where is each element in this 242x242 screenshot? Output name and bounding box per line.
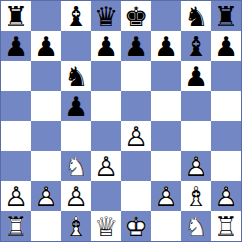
piece-glyph: ♟: [184, 63, 208, 90]
white-pawn-icon: ♟♙: [34, 183, 58, 210]
square-c2[interactable]: ♟♙: [61, 181, 91, 211]
white-knight-icon: ♞♘: [184, 213, 208, 240]
square-d4[interactable]: [91, 121, 121, 151]
square-g5[interactable]: [181, 91, 211, 121]
square-b3[interactable]: [31, 151, 61, 181]
square-f7[interactable]: ♟: [151, 31, 181, 61]
piece-outline-glyph: ♘: [64, 153, 88, 180]
square-b4[interactable]: [31, 121, 61, 151]
square-d6[interactable]: [91, 61, 121, 91]
square-b2[interactable]: ♟♙: [31, 181, 61, 211]
piece-outline-glyph: ♘: [184, 213, 208, 240]
piece-glyph: ♟: [124, 33, 148, 60]
piece-outline-glyph: ♗: [64, 213, 88, 240]
piece-outline-glyph: ♙: [184, 153, 208, 180]
piece-outline-glyph: ♔: [124, 213, 148, 240]
square-h5[interactable]: [211, 91, 241, 121]
square-e1[interactable]: ♚♔: [121, 211, 151, 241]
black-bishop-icon: ♝: [64, 3, 88, 30]
piece-outline-glyph: ♙: [124, 123, 148, 150]
square-a1[interactable]: ♜♖: [1, 211, 31, 241]
black-pawn-icon: ♟: [124, 33, 148, 60]
square-c8[interactable]: ♝: [61, 1, 91, 31]
white-pawn-icon: ♟♙: [64, 183, 88, 210]
square-h6[interactable]: [211, 61, 241, 91]
square-c7[interactable]: [61, 31, 91, 61]
white-bishop-icon: ♝♗: [184, 183, 208, 210]
piece-outline-glyph: ♙: [4, 183, 28, 210]
square-e2[interactable]: [121, 181, 151, 211]
square-a3[interactable]: [1, 151, 31, 181]
square-f2[interactable]: ♟♙: [151, 181, 181, 211]
square-e5[interactable]: [121, 91, 151, 121]
piece-outline-glyph: ♗: [184, 183, 208, 210]
black-pawn-icon: ♟: [64, 93, 88, 120]
square-e4[interactable]: ♟♙: [121, 121, 151, 151]
black-king-icon: ♚: [124, 3, 148, 30]
piece-glyph: ♞: [184, 3, 208, 30]
piece-outline-glyph: ♙: [64, 183, 88, 210]
square-a2[interactable]: ♟♙: [1, 181, 31, 211]
black-knight-icon: ♞: [64, 63, 88, 90]
square-h7[interactable]: ♟: [211, 31, 241, 61]
black-queen-icon: ♛: [94, 3, 118, 30]
piece-glyph: ♛: [94, 3, 118, 30]
square-e6[interactable]: [121, 61, 151, 91]
board-grid: ♜♝♛♚♞♜♟♟♟♟♟♝♟♞♟♟♟♙♞♘♟♙♟♙♟♙♟♙♟♙♟♙♝♗♟♙♜♖♝♗…: [0, 0, 242, 242]
white-pawn-icon: ♟♙: [4, 183, 28, 210]
piece-outline-glyph: ♙: [34, 183, 58, 210]
square-b5[interactable]: [31, 91, 61, 121]
piece-glyph: ♞: [64, 63, 88, 90]
white-rook-icon: ♜♖: [214, 213, 238, 240]
square-g2[interactable]: ♝♗: [181, 181, 211, 211]
square-f1[interactable]: [151, 211, 181, 241]
square-g4[interactable]: [181, 121, 211, 151]
square-f6[interactable]: [151, 61, 181, 91]
chess-board: ♜♝♛♚♞♜♟♟♟♟♟♝♟♞♟♟♟♙♞♘♟♙♟♙♟♙♟♙♟♙♟♙♝♗♟♙♜♖♝♗…: [0, 0, 242, 242]
square-c3[interactable]: ♞♘: [61, 151, 91, 181]
square-a6[interactable]: [1, 61, 31, 91]
square-d1[interactable]: ♛♕: [91, 211, 121, 241]
square-f3[interactable]: [151, 151, 181, 181]
white-knight-icon: ♞♘: [64, 153, 88, 180]
white-queen-icon: ♛♕: [94, 213, 118, 240]
black-rook-icon: ♜: [4, 3, 28, 30]
square-f4[interactable]: [151, 121, 181, 151]
piece-glyph: ♜: [214, 3, 238, 30]
piece-glyph: ♟: [154, 33, 178, 60]
white-pawn-icon: ♟♙: [94, 153, 118, 180]
square-b8[interactable]: [31, 1, 61, 31]
piece-glyph: ♚: [124, 3, 148, 30]
square-g7[interactable]: ♝: [181, 31, 211, 61]
square-g6[interactable]: ♟: [181, 61, 211, 91]
black-pawn-icon: ♟: [184, 63, 208, 90]
white-king-icon: ♚♔: [124, 213, 148, 240]
piece-glyph: ♟: [4, 33, 28, 60]
piece-glyph: ♟: [34, 33, 58, 60]
piece-outline-glyph: ♙: [154, 183, 178, 210]
square-h4[interactable]: [211, 121, 241, 151]
piece-glyph: ♟: [94, 33, 118, 60]
square-b6[interactable]: [31, 61, 61, 91]
square-f5[interactable]: [151, 91, 181, 121]
piece-glyph: ♟: [214, 33, 238, 60]
square-g3[interactable]: ♟♙: [181, 151, 211, 181]
square-b1[interactable]: [31, 211, 61, 241]
square-e7[interactable]: ♟: [121, 31, 151, 61]
piece-outline-glyph: ♙: [94, 153, 118, 180]
square-d3[interactable]: ♟♙: [91, 151, 121, 181]
black-pawn-icon: ♟: [214, 33, 238, 60]
black-pawn-icon: ♟: [94, 33, 118, 60]
square-c1[interactable]: ♝♗: [61, 211, 91, 241]
piece-outline-glyph: ♖: [214, 213, 238, 240]
square-g1[interactable]: ♞♘: [181, 211, 211, 241]
square-a8[interactable]: ♜: [1, 1, 31, 31]
square-h2[interactable]: ♟♙: [211, 181, 241, 211]
black-rook-icon: ♜: [214, 3, 238, 30]
square-b7[interactable]: ♟: [31, 31, 61, 61]
black-pawn-icon: ♟: [4, 33, 28, 60]
square-c4[interactable]: [61, 121, 91, 151]
black-pawn-icon: ♟: [34, 33, 58, 60]
piece-outline-glyph: ♙: [214, 183, 238, 210]
square-d8[interactable]: ♛: [91, 1, 121, 31]
square-a7[interactable]: ♟: [1, 31, 31, 61]
piece-outline-glyph: ♖: [4, 213, 28, 240]
square-e8[interactable]: ♚: [121, 1, 151, 31]
black-pawn-icon: ♟: [154, 33, 178, 60]
square-h8[interactable]: ♜: [211, 1, 241, 31]
square-h3[interactable]: [211, 151, 241, 181]
square-c6[interactable]: ♞: [61, 61, 91, 91]
square-g8[interactable]: ♞: [181, 1, 211, 31]
black-knight-icon: ♞: [184, 3, 208, 30]
square-a5[interactable]: [1, 91, 31, 121]
piece-glyph: ♟: [64, 93, 88, 120]
white-rook-icon: ♜♖: [4, 213, 28, 240]
square-d2[interactable]: [91, 181, 121, 211]
square-d7[interactable]: ♟: [91, 31, 121, 61]
square-d5[interactable]: [91, 91, 121, 121]
piece-glyph: ♜: [4, 3, 28, 30]
piece-glyph: ♝: [184, 33, 208, 60]
square-e3[interactable]: [121, 151, 151, 181]
square-c5[interactable]: ♟: [61, 91, 91, 121]
white-bishop-icon: ♝♗: [64, 213, 88, 240]
piece-outline-glyph: ♕: [94, 213, 118, 240]
square-a4[interactable]: [1, 121, 31, 151]
white-pawn-icon: ♟♙: [154, 183, 178, 210]
white-pawn-icon: ♟♙: [214, 183, 238, 210]
white-pawn-icon: ♟♙: [124, 123, 148, 150]
white-pawn-icon: ♟♙: [184, 153, 208, 180]
square-f8[interactable]: [151, 1, 181, 31]
piece-glyph: ♝: [64, 3, 88, 30]
square-h1[interactable]: ♜♖: [211, 211, 241, 241]
black-bishop-icon: ♝: [184, 33, 208, 60]
